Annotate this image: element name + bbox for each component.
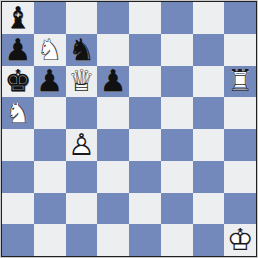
piece-white-king[interactable]: ♚♔ xyxy=(227,225,254,255)
white-queen-outline-icon: ♕ xyxy=(68,66,95,96)
square-b6[interactable]: ♟ xyxy=(34,66,66,98)
square-a1[interactable] xyxy=(2,224,34,256)
square-g1[interactable] xyxy=(193,224,225,256)
square-b2[interactable] xyxy=(34,193,66,225)
piece-black-king[interactable]: ♚ xyxy=(4,66,31,96)
square-h1[interactable]: ♚♔ xyxy=(224,224,256,256)
piece-white-rook[interactable]: ♜♖ xyxy=(227,66,254,96)
square-a8[interactable]: ♝ xyxy=(2,2,34,34)
piece-black-pawn[interactable]: ♟ xyxy=(100,66,127,96)
square-b5[interactable] xyxy=(34,97,66,129)
square-g3[interactable] xyxy=(193,161,225,193)
square-e3[interactable] xyxy=(129,161,161,193)
chess-board-frame: ♝♟♞♘♞♚♟♛♕♟♜♖♞♘♟♙♚♔ xyxy=(0,0,258,258)
square-c1[interactable] xyxy=(66,224,98,256)
square-d3[interactable] xyxy=(97,161,129,193)
square-f2[interactable] xyxy=(161,193,193,225)
piece-black-bishop[interactable]: ♝ xyxy=(4,3,31,33)
square-g4[interactable] xyxy=(193,129,225,161)
square-g7[interactable] xyxy=(193,34,225,66)
square-f4[interactable] xyxy=(161,129,193,161)
square-c4[interactable]: ♟♙ xyxy=(66,129,98,161)
square-g2[interactable] xyxy=(193,193,225,225)
square-c6[interactable]: ♛♕ xyxy=(66,66,98,98)
square-h6[interactable]: ♜♖ xyxy=(224,66,256,98)
piece-white-pawn[interactable]: ♟♙ xyxy=(68,130,95,160)
square-d7[interactable] xyxy=(97,34,129,66)
piece-black-pawn[interactable]: ♟ xyxy=(4,35,31,65)
white-pawn-outline-icon: ♙ xyxy=(68,130,95,160)
square-h5[interactable] xyxy=(224,97,256,129)
square-a4[interactable] xyxy=(2,129,34,161)
piece-white-knight[interactable]: ♞♘ xyxy=(4,98,31,128)
square-a3[interactable] xyxy=(2,161,34,193)
square-h8[interactable] xyxy=(224,2,256,34)
square-h7[interactable] xyxy=(224,34,256,66)
square-f3[interactable] xyxy=(161,161,193,193)
square-e1[interactable] xyxy=(129,224,161,256)
square-b4[interactable] xyxy=(34,129,66,161)
square-a6[interactable]: ♚ xyxy=(2,66,34,98)
square-f8[interactable] xyxy=(161,2,193,34)
square-b3[interactable] xyxy=(34,161,66,193)
square-f6[interactable] xyxy=(161,66,193,98)
square-g5[interactable] xyxy=(193,97,225,129)
square-a7[interactable]: ♟ xyxy=(2,34,34,66)
square-d4[interactable] xyxy=(97,129,129,161)
white-knight-outline-icon: ♘ xyxy=(36,35,63,65)
square-b7[interactable]: ♞♘ xyxy=(34,34,66,66)
square-b8[interactable] xyxy=(34,2,66,34)
square-d2[interactable] xyxy=(97,193,129,225)
square-g6[interactable] xyxy=(193,66,225,98)
square-g8[interactable] xyxy=(193,2,225,34)
white-rook-outline-icon: ♖ xyxy=(227,66,254,96)
square-f5[interactable] xyxy=(161,97,193,129)
square-d5[interactable] xyxy=(97,97,129,129)
piece-white-queen[interactable]: ♛♕ xyxy=(68,66,95,96)
square-e6[interactable] xyxy=(129,66,161,98)
square-e2[interactable] xyxy=(129,193,161,225)
piece-white-knight[interactable]: ♞♘ xyxy=(36,35,63,65)
square-c3[interactable] xyxy=(66,161,98,193)
piece-black-knight[interactable]: ♞ xyxy=(68,35,95,65)
square-e5[interactable] xyxy=(129,97,161,129)
square-e7[interactable] xyxy=(129,34,161,66)
square-d8[interactable] xyxy=(97,2,129,34)
square-e4[interactable] xyxy=(129,129,161,161)
white-king-outline-icon: ♔ xyxy=(227,225,254,255)
square-e8[interactable] xyxy=(129,2,161,34)
square-d1[interactable] xyxy=(97,224,129,256)
square-c8[interactable] xyxy=(66,2,98,34)
square-h3[interactable] xyxy=(224,161,256,193)
piece-black-pawn[interactable]: ♟ xyxy=(36,66,63,96)
white-knight-outline-icon: ♘ xyxy=(4,98,31,128)
square-f1[interactable] xyxy=(161,224,193,256)
square-d6[interactable]: ♟ xyxy=(97,66,129,98)
square-c7[interactable]: ♞ xyxy=(66,34,98,66)
square-a2[interactable] xyxy=(2,193,34,225)
square-b1[interactable] xyxy=(34,224,66,256)
square-c2[interactable] xyxy=(66,193,98,225)
chess-board: ♝♟♞♘♞♚♟♛♕♟♜♖♞♘♟♙♚♔ xyxy=(2,2,256,256)
square-a5[interactable]: ♞♘ xyxy=(2,97,34,129)
square-f7[interactable] xyxy=(161,34,193,66)
square-h4[interactable] xyxy=(224,129,256,161)
square-c5[interactable] xyxy=(66,97,98,129)
square-h2[interactable] xyxy=(224,193,256,225)
